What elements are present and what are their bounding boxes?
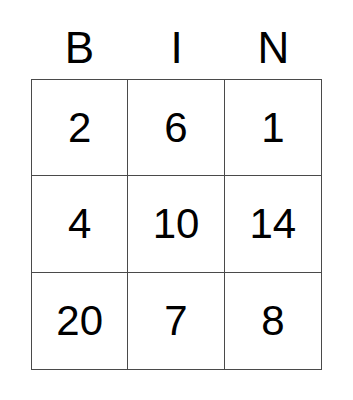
- header-letter-i: I: [128, 26, 225, 70]
- bingo-cell-r0c0[interactable]: 2: [32, 80, 128, 176]
- bingo-header-row: B I N: [31, 0, 322, 79]
- header-letter-n: N: [225, 26, 322, 70]
- bingo-cell-r2c1[interactable]: 7: [128, 273, 224, 369]
- bingo-cell-r0c1[interactable]: 6: [128, 80, 224, 176]
- bingo-cell-r2c0[interactable]: 20: [32, 273, 128, 369]
- bingo-grid: 2 6 1 4 10 14 20 7 8: [31, 79, 322, 370]
- bingo-cell-r2c2[interactable]: 8: [225, 273, 321, 369]
- bingo-cell-r1c1[interactable]: 10: [128, 176, 224, 272]
- bingo-card: B I N 2 6 1 4 10 14 20 7 8: [31, 0, 322, 370]
- bingo-cell-r1c0[interactable]: 4: [32, 176, 128, 272]
- header-letter-b: B: [31, 26, 128, 70]
- bingo-cell-r0c2[interactable]: 1: [225, 80, 321, 176]
- bingo-cell-r1c2[interactable]: 14: [225, 176, 321, 272]
